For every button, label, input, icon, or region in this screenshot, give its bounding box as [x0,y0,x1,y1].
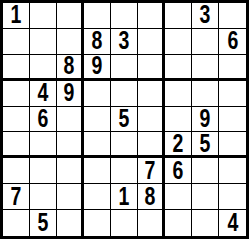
sudoku-cell-r2c6[interactable] [138,29,165,55]
sudoku-cell-r2c2[interactable] [30,29,57,55]
sudoku-cell-r3c3[interactable]: 8 [57,55,84,81]
given-digit: 9 [200,107,211,132]
sudoku-cell-r3c6[interactable] [138,55,165,81]
given-digit: 1 [11,3,22,28]
sudoku-cell-r3c1[interactable] [3,55,30,81]
sudoku-cell-r4c5[interactable] [111,81,138,107]
sudoku-cell-r4c9[interactable] [219,81,246,107]
given-digit: 8 [92,29,103,54]
sudoku-cell-r9c3[interactable] [57,210,84,236]
sudoku-cell-r5c5[interactable]: 5 [111,107,138,133]
sudoku-cell-r7c7[interactable]: 6 [165,158,192,184]
sudoku-cell-r8c8[interactable] [192,184,219,210]
sudoku-cell-r8c7[interactable] [165,184,192,210]
given-digit: 7 [11,184,22,209]
sudoku-cell-r4c8[interactable] [192,81,219,107]
sudoku-cell-r3c5[interactable] [111,55,138,81]
sudoku-cell-r9c7[interactable] [165,210,192,236]
sudoku-cell-r7c4[interactable] [84,158,111,184]
sudoku-cell-r4c4[interactable] [84,81,111,107]
sudoku-cell-r1c2[interactable] [30,3,57,29]
sudoku-cell-r9c5[interactable] [111,210,138,236]
given-digit: 4 [38,81,49,106]
sudoku-cell-r7c3[interactable] [57,158,84,184]
sudoku-cell-r6c1[interactable] [3,132,30,158]
sudoku-cell-r3c8[interactable] [192,55,219,81]
sudoku-cell-r8c5[interactable]: 1 [111,184,138,210]
sudoku-cell-r8c2[interactable] [30,184,57,210]
given-digit: 6 [173,158,184,183]
given-digit: 3 [119,29,130,54]
sudoku-cell-r9c4[interactable] [84,210,111,236]
given-digit: 5 [38,210,49,236]
sudoku-cell-r2c8[interactable] [192,29,219,55]
given-digit: 6 [38,107,49,132]
sudoku-cell-r9c2[interactable]: 5 [30,210,57,236]
sudoku-cell-r8c3[interactable] [57,184,84,210]
given-digit: 1 [119,184,130,209]
sudoku-cell-r9c6[interactable] [138,210,165,236]
given-digit: 3 [200,3,211,28]
sudoku-cell-r3c2[interactable] [30,55,57,81]
sudoku-cell-r2c3[interactable] [57,29,84,55]
sudoku-cell-r6c2[interactable] [30,132,57,158]
sudoku-cell-r1c4[interactable] [84,3,111,29]
sudoku-cell-r1c5[interactable] [111,3,138,29]
given-digit: 8 [64,55,75,79]
sudoku-cell-r3c9[interactable] [219,55,246,81]
sudoku-cell-r7c1[interactable] [3,158,30,184]
sudoku-cell-r5c3[interactable] [57,107,84,133]
sudoku-cell-r6c7[interactable]: 2 [165,132,192,158]
sudoku-cell-r2c5[interactable]: 3 [111,29,138,55]
sudoku-cell-r4c2[interactable]: 4 [30,81,57,107]
sudoku-cell-r3c7[interactable] [165,55,192,81]
given-digit: 7 [145,158,156,183]
sudoku-cell-r6c3[interactable] [57,132,84,158]
sudoku-cell-r7c8[interactable] [192,158,219,184]
sudoku-cell-r1c7[interactable] [165,3,192,29]
sudoku-cell-r1c8[interactable]: 3 [192,3,219,29]
sudoku-cell-r5c7[interactable] [165,107,192,133]
sudoku-cell-r2c9[interactable]: 6 [219,29,246,55]
sudoku-cell-r1c3[interactable] [57,3,84,29]
sudoku-cell-r5c1[interactable] [3,107,30,133]
given-digit: 8 [145,184,156,209]
sudoku-cell-r4c6[interactable] [138,81,165,107]
given-digit: 4 [227,210,238,236]
sudoku-cell-r9c9[interactable]: 4 [219,210,246,236]
sudoku-cell-r8c1[interactable]: 7 [3,184,30,210]
sudoku-board: 138368949659257671854 [0,0,249,239]
sudoku-cell-r5c4[interactable] [84,107,111,133]
given-digit: 5 [119,107,130,132]
sudoku-cell-r5c8[interactable]: 9 [192,107,219,133]
sudoku-cell-r1c6[interactable] [138,3,165,29]
sudoku-cell-r2c7[interactable] [165,29,192,55]
sudoku-cell-r4c3[interactable]: 9 [57,81,84,107]
sudoku-cell-r5c6[interactable] [138,107,165,133]
sudoku-cell-r5c2[interactable]: 6 [30,107,57,133]
sudoku-cell-r4c1[interactable] [3,81,30,107]
given-digit: 9 [64,81,75,106]
sudoku-cell-r8c6[interactable]: 8 [138,184,165,210]
given-digit: 2 [173,132,184,156]
given-digit: 9 [92,55,103,79]
sudoku-cell-r8c9[interactable] [219,184,246,210]
sudoku-cell-r7c9[interactable] [219,158,246,184]
sudoku-cell-r6c9[interactable] [219,132,246,158]
sudoku-cell-r7c6[interactable]: 7 [138,158,165,184]
given-digit: 5 [200,132,211,156]
sudoku-cell-r5c9[interactable] [219,107,246,133]
sudoku-cell-r2c1[interactable] [3,29,30,55]
sudoku-cell-r6c5[interactable] [111,132,138,158]
sudoku-cell-r7c2[interactable] [30,158,57,184]
sudoku-cell-r3c4[interactable]: 9 [84,55,111,81]
sudoku-cell-r6c4[interactable] [84,132,111,158]
sudoku-cell-r1c9[interactable] [219,3,246,29]
sudoku-cell-r6c8[interactable]: 5 [192,132,219,158]
sudoku-cell-r9c8[interactable] [192,210,219,236]
sudoku-cell-r1c1[interactable]: 1 [3,3,30,29]
sudoku-cell-r2c4[interactable]: 8 [84,29,111,55]
sudoku-cell-r9c1[interactable] [3,210,30,236]
given-digit: 6 [227,29,238,54]
sudoku-cell-r8c4[interactable] [84,184,111,210]
sudoku-cell-r4c7[interactable] [165,81,192,107]
sudoku-cell-r6c6[interactable] [138,132,165,158]
sudoku-cell-r7c5[interactable] [111,158,138,184]
